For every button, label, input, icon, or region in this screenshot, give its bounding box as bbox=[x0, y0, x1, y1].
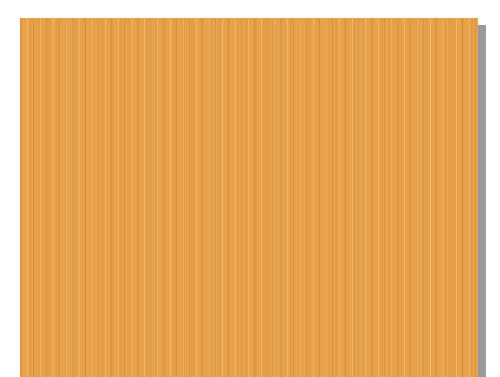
board-shadow bbox=[478, 25, 486, 377]
go-diagram bbox=[0, 0, 500, 377]
stones-layer bbox=[21, 21, 477, 377]
